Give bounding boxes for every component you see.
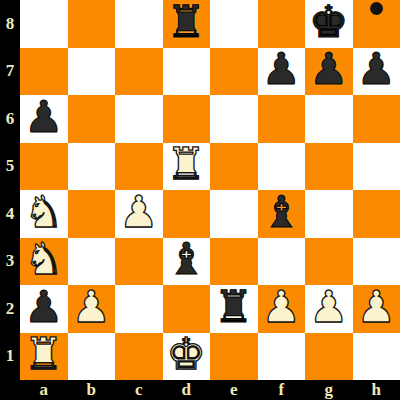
square-g3[interactable]	[305, 238, 353, 286]
piece-black-rook-d8[interactable]: ♜	[167, 0, 206, 44]
square-a8[interactable]	[20, 0, 68, 48]
piece-white-rook-d5[interactable]: ♜	[167, 142, 206, 186]
piece-black-bishop-f4[interactable]: ♝	[262, 190, 301, 234]
file-label-h: h	[353, 380, 400, 400]
square-e2[interactable]: ♜	[210, 285, 258, 333]
square-h1[interactable]	[353, 333, 400, 381]
rank-labels: 87654321	[0, 0, 20, 380]
square-f6[interactable]	[258, 95, 306, 143]
square-a1[interactable]: ♜	[20, 333, 68, 381]
piece-black-pawn-f7[interactable]: ♟	[262, 47, 301, 91]
square-e1[interactable]	[210, 333, 258, 381]
square-d4[interactable]	[163, 190, 211, 238]
square-f2[interactable]: ♟	[258, 285, 306, 333]
square-f5[interactable]	[258, 143, 306, 191]
file-label-a: a	[20, 380, 68, 400]
square-b6[interactable]	[68, 95, 116, 143]
square-d5[interactable]: ♜	[163, 143, 211, 191]
piece-white-rook-a1[interactable]: ♜	[24, 332, 63, 376]
square-e3[interactable]	[210, 238, 258, 286]
rank-label-5: 5	[0, 143, 20, 191]
square-g5[interactable]	[305, 143, 353, 191]
square-f1[interactable]	[258, 333, 306, 381]
piece-black-bishop-d3[interactable]: ♝	[167, 237, 206, 281]
square-h5[interactable]	[353, 143, 400, 191]
square-b4[interactable]	[68, 190, 116, 238]
square-e8[interactable]	[210, 0, 258, 48]
square-a3[interactable]: ♞	[20, 238, 68, 286]
rank-label-4: 4	[0, 190, 20, 238]
square-d8[interactable]: ♜	[163, 0, 211, 48]
piece-white-pawn-b2[interactable]: ♟	[72, 285, 111, 329]
square-h4[interactable]	[353, 190, 400, 238]
file-label-g: g	[305, 380, 353, 400]
piece-white-pawn-h2[interactable]: ♟	[357, 285, 396, 329]
chess-board-panel: 87654321 ♜♚♟♟♟♟♜♞♟♝♞♝♟♟♜♟♟♟♜♚ abcdefgh	[0, 0, 400, 400]
square-b3[interactable]	[68, 238, 116, 286]
piece-white-pawn-f2[interactable]: ♟	[262, 285, 301, 329]
file-label-d: d	[163, 380, 211, 400]
rank-label-3: 3	[0, 238, 20, 286]
rank-label-2: 2	[0, 285, 20, 333]
square-g7[interactable]: ♟	[305, 48, 353, 96]
square-d7[interactable]	[163, 48, 211, 96]
square-h6[interactable]	[353, 95, 400, 143]
square-b2[interactable]: ♟	[68, 285, 116, 333]
square-h7[interactable]: ♟	[353, 48, 400, 96]
piece-black-pawn-a6[interactable]: ♟	[24, 95, 63, 139]
piece-black-pawn-g7[interactable]: ♟	[309, 47, 348, 91]
piece-black-pawn-a2[interactable]: ♟	[24, 285, 63, 329]
square-a5[interactable]	[20, 143, 68, 191]
square-e6[interactable]	[210, 95, 258, 143]
square-e5[interactable]	[210, 143, 258, 191]
file-labels: abcdefgh	[20, 380, 400, 400]
rank-label-6: 6	[0, 95, 20, 143]
rank-label-8: 8	[0, 0, 20, 48]
piece-white-king-d1[interactable]: ♚	[167, 332, 206, 376]
square-a4[interactable]: ♞	[20, 190, 68, 238]
square-c2[interactable]	[115, 285, 163, 333]
square-f8[interactable]	[258, 0, 306, 48]
square-g1[interactable]	[305, 333, 353, 381]
square-c8[interactable]	[115, 0, 163, 48]
square-c5[interactable]	[115, 143, 163, 191]
square-e7[interactable]	[210, 48, 258, 96]
square-f7[interactable]: ♟	[258, 48, 306, 96]
square-d6[interactable]	[163, 95, 211, 143]
square-d2[interactable]	[163, 285, 211, 333]
square-c3[interactable]	[115, 238, 163, 286]
square-h3[interactable]	[353, 238, 400, 286]
piece-white-knight-a4[interactable]: ♞	[24, 190, 63, 234]
rank-label-7: 7	[0, 48, 20, 96]
square-c6[interactable]	[115, 95, 163, 143]
piece-black-rook-e2[interactable]: ♜	[214, 285, 253, 329]
rank-label-1: 1	[0, 333, 20, 381]
square-g6[interactable]	[305, 95, 353, 143]
file-label-f: f	[258, 380, 306, 400]
square-f4[interactable]: ♝	[258, 190, 306, 238]
piece-white-pawn-g2[interactable]: ♟	[309, 285, 348, 329]
square-a2[interactable]: ♟	[20, 285, 68, 333]
square-a7[interactable]	[20, 48, 68, 96]
black-to-move-indicator	[370, 2, 383, 15]
square-b8[interactable]	[68, 0, 116, 48]
square-d1[interactable]: ♚	[163, 333, 211, 381]
file-label-c: c	[115, 380, 163, 400]
square-b7[interactable]	[68, 48, 116, 96]
chess-board: ♜♚♟♟♟♟♜♞♟♝♞♝♟♟♜♟♟♟♜♚	[20, 0, 400, 380]
square-d3[interactable]: ♝	[163, 238, 211, 286]
square-f3[interactable]	[258, 238, 306, 286]
square-e4[interactable]	[210, 190, 258, 238]
square-c1[interactable]	[115, 333, 163, 381]
square-b1[interactable]	[68, 333, 116, 381]
piece-white-pawn-c4[interactable]: ♟	[119, 190, 158, 234]
square-g8[interactable]: ♚	[305, 0, 353, 48]
file-label-e: e	[210, 380, 258, 400]
square-g2[interactable]: ♟	[305, 285, 353, 333]
square-c7[interactable]	[115, 48, 163, 96]
square-c4[interactable]: ♟	[115, 190, 163, 238]
square-b5[interactable]	[68, 143, 116, 191]
file-label-b: b	[68, 380, 116, 400]
square-h2[interactable]: ♟	[353, 285, 400, 333]
piece-black-pawn-h7[interactable]: ♟	[357, 47, 396, 91]
square-a6[interactable]: ♟	[20, 95, 68, 143]
piece-black-king-g8[interactable]: ♚	[309, 0, 348, 44]
square-g4[interactable]	[305, 190, 353, 238]
piece-white-knight-a3[interactable]: ♞	[24, 237, 63, 281]
